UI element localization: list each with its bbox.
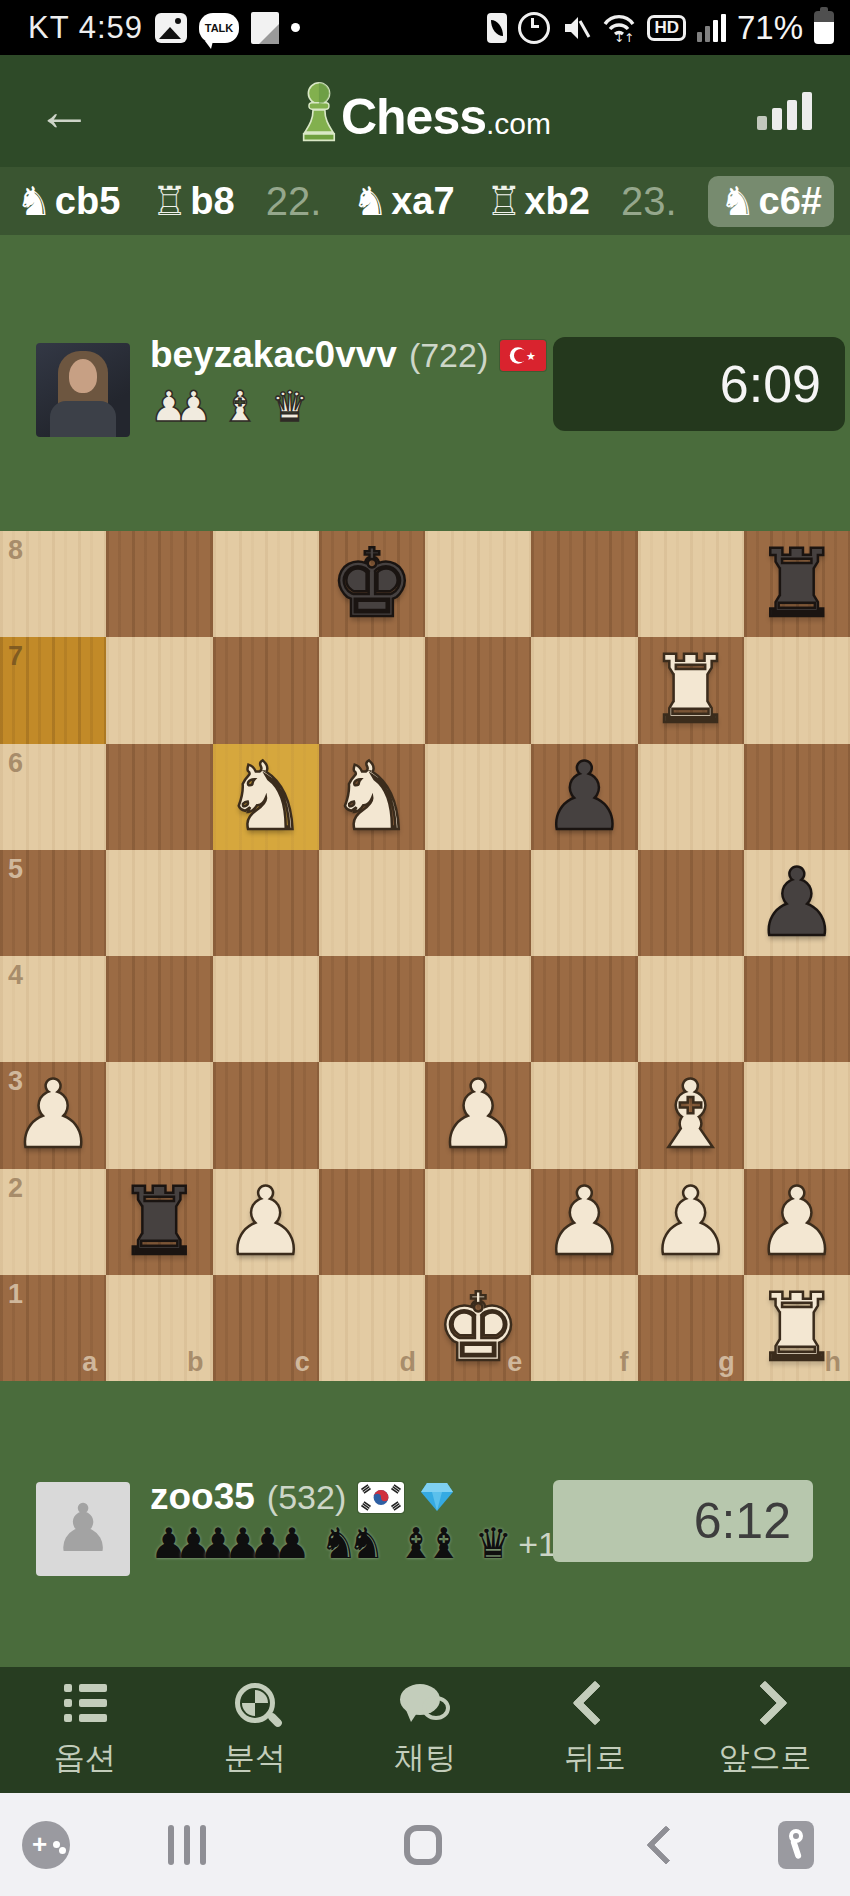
captured-pawn-icon: ♟ xyxy=(175,382,200,431)
square-d4[interactable] xyxy=(319,956,425,1062)
game-nav-bar: 옵션 분석 채팅 뒤로 앞으로 xyxy=(0,1667,850,1793)
captured-bishop-icon: ♝ xyxy=(221,382,249,431)
move-number: 22. xyxy=(266,179,322,224)
move-back-button[interactable]: 뒤로 xyxy=(510,1667,680,1793)
captured-knight-group: ♞♞ xyxy=(320,1523,397,1565)
square-d3[interactable] xyxy=(319,1062,425,1168)
square-d6[interactable]: ♞ xyxy=(319,744,425,850)
bottom-player-name-row: zoo35 (532) xyxy=(150,1477,454,1517)
white-pawn-piece[interactable]: ♟ xyxy=(11,1068,95,1162)
top-player-name[interactable]: beyzakac0vvv xyxy=(150,334,397,376)
kakaotalk-label: TALK xyxy=(205,22,234,34)
rank-label: 8 xyxy=(8,537,23,564)
file-label: d xyxy=(400,1349,417,1376)
move-list: ♞cb5♖b822.♞xa7♖xb223.♞c6# xyxy=(0,167,850,235)
captured-pawn-group: ♟♟♟♟♟♟ xyxy=(150,1523,320,1565)
square-c5[interactable] xyxy=(213,850,319,956)
rank-label: 7 xyxy=(8,643,23,670)
bottom-player-area: ♟ zoo35 (532) ♟♟♟♟♟♟♞♞♝♝♛ xyxy=(0,1381,850,1667)
captured-pawn-icon: ♟ xyxy=(150,382,175,431)
file-label: f xyxy=(620,1349,629,1376)
captured-queen-group: ♛ xyxy=(271,386,321,428)
square-b3[interactable] xyxy=(106,1062,212,1168)
square-f2[interactable]: ♟ xyxy=(531,1169,637,1275)
white-pawn-piece[interactable]: ♟ xyxy=(542,1175,626,1269)
white-knight-piece[interactable]: ♞ xyxy=(330,750,414,844)
captured-queen-group: ♛ xyxy=(475,1523,525,1565)
captured-knight-icon: ♞ xyxy=(348,1519,376,1568)
square-e3[interactable]: ♟ xyxy=(425,1062,531,1168)
square-b5[interactable] xyxy=(106,850,212,956)
square-g2[interactable]: ♟ xyxy=(638,1169,744,1275)
captured-queen-icon: ♛ xyxy=(271,382,299,431)
square-h4[interactable] xyxy=(744,956,850,1062)
square-d8[interactable]: ♚ xyxy=(319,531,425,637)
chat-bubbles-icon xyxy=(400,1684,450,1722)
top-player-clock: 6:09 xyxy=(553,337,845,431)
square-g5[interactable] xyxy=(638,850,744,956)
status-bar: KT 4:59 TALK ↓↑ HD 71% xyxy=(0,0,850,55)
android-back-button[interactable] xyxy=(646,1825,686,1865)
square-b1[interactable]: b xyxy=(106,1275,212,1381)
square-b6[interactable] xyxy=(106,744,212,850)
black-rook-piece[interactable]: ♜ xyxy=(117,1175,201,1269)
hd-call-icon: HD xyxy=(647,15,686,41)
avatar-photo-placeholder xyxy=(69,359,97,393)
south-korea-flag xyxy=(358,1482,404,1513)
square-b8[interactable] xyxy=(106,531,212,637)
square-c1[interactable]: c xyxy=(213,1275,319,1381)
alarm-icon xyxy=(518,12,550,44)
square-a6[interactable]: 6 xyxy=(0,744,106,850)
black-pawn-piece[interactable]: ♟ xyxy=(755,856,839,950)
rank-label: 4 xyxy=(8,962,23,989)
current-move[interactable]: ♞c6# xyxy=(708,176,834,227)
file-label: g xyxy=(718,1349,735,1376)
screen-touch-lock-icon[interactable] xyxy=(778,1821,814,1869)
kakaotalk-icon: TALK xyxy=(199,13,239,43)
avatar-photo-placeholder xyxy=(50,401,116,437)
back-arrow-icon[interactable]: ← xyxy=(36,83,92,139)
captured-pawn-icon: ♟ xyxy=(199,1519,224,1568)
black-pawn-piece[interactable]: ♟ xyxy=(542,750,626,844)
square-e7[interactable] xyxy=(425,637,531,743)
captured-pawn-icon: ♟ xyxy=(224,1519,249,1568)
square-e1[interactable]: e♚ xyxy=(425,1275,531,1381)
square-f6[interactable]: ♟ xyxy=(531,744,637,850)
chess-board[interactable]: 8♚♜7♜6♞♞♟5♟43♟♟♝2♜♟♟♟♟1abcde♚fgh♜ xyxy=(0,531,850,1381)
forward-label: 앞으로 xyxy=(719,1737,812,1779)
file-label: e xyxy=(507,1349,522,1376)
back-label: 뒤로 xyxy=(564,1737,626,1779)
move-entry[interactable]: ♖xb2 xyxy=(486,180,590,223)
battery-percent: 71% xyxy=(737,9,803,47)
square-g7[interactable]: ♜ xyxy=(638,637,744,743)
square-g4[interactable] xyxy=(638,956,744,1062)
battery-icon xyxy=(814,11,834,44)
square-c4[interactable] xyxy=(213,956,319,1062)
top-player-rating: (722) xyxy=(409,336,488,375)
square-c7[interactable] xyxy=(213,637,319,743)
captured-queen-icon: ♛ xyxy=(475,1519,503,1568)
mute-icon xyxy=(561,13,591,43)
square-f4[interactable] xyxy=(531,956,637,1062)
wifi-icon: ↓↑ xyxy=(602,13,636,43)
square-b7[interactable] xyxy=(106,637,212,743)
analysis-button[interactable]: 분석 xyxy=(170,1667,340,1793)
move-piece-icon: ♖ xyxy=(486,181,522,221)
diamond-icon xyxy=(420,1482,454,1512)
chesscom-logo: Chess .com xyxy=(299,80,551,142)
carrier-time: KT 4:59 xyxy=(28,10,143,46)
analysis-magnifier-icon xyxy=(235,1683,275,1723)
square-e4[interactable] xyxy=(425,956,531,1062)
rank-label: 1 xyxy=(8,1281,23,1308)
move-piece-icon: ♞ xyxy=(720,181,756,221)
file-label: b xyxy=(187,1349,204,1376)
black-rook-piece[interactable]: ♜ xyxy=(755,537,839,631)
captured-bishop-group: ♝ xyxy=(221,386,271,428)
brand-text: Chess xyxy=(341,92,486,142)
bottom-player-rating: (532) xyxy=(267,1478,346,1517)
square-f3[interactable] xyxy=(531,1062,637,1168)
status-left: KT 4:59 TALK xyxy=(28,10,300,46)
white-rook-piece[interactable]: ♜ xyxy=(648,643,732,737)
square-d1[interactable]: d xyxy=(319,1275,425,1381)
white-pawn-piece[interactable]: ♟ xyxy=(648,1175,732,1269)
memo-icon xyxy=(251,12,279,44)
app-header: ← Chess .com xyxy=(0,55,850,167)
square-c2[interactable]: ♟ xyxy=(213,1169,319,1275)
top-player-avatar[interactable] xyxy=(36,343,130,437)
top-player-area: beyzakac0vvv (722) ★ ♟♟♝♛ 6:09 xyxy=(0,235,850,531)
connection-bars-icon xyxy=(757,92,812,130)
rank-label: 3 xyxy=(8,1068,23,1095)
move-piece-icon: ♖ xyxy=(151,181,187,221)
square-e8[interactable] xyxy=(425,531,531,637)
square-a1[interactable]: 1a xyxy=(0,1275,106,1381)
move-number: 23. xyxy=(621,179,677,224)
square-h6[interactable] xyxy=(744,744,850,850)
bottom-player-clock: 6:12 xyxy=(553,1480,813,1562)
square-g6[interactable] xyxy=(638,744,744,850)
app-screen: KT 4:59 TALK ↓↑ HD 71% xyxy=(0,0,850,1896)
move-san: cb5 xyxy=(55,180,120,223)
notification-dot xyxy=(291,23,300,32)
square-a8[interactable]: 8 xyxy=(0,531,106,637)
square-g1[interactable]: g xyxy=(638,1275,744,1381)
rank-label: 2 xyxy=(8,1175,23,1202)
square-g8[interactable] xyxy=(638,531,744,637)
square-c3[interactable] xyxy=(213,1062,319,1168)
move-entry[interactable]: ♖b8 xyxy=(151,180,234,223)
captured-knight-icon: ♞ xyxy=(320,1519,348,1568)
white-bishop-piece[interactable]: ♝ xyxy=(648,1068,732,1162)
square-f7[interactable] xyxy=(531,637,637,743)
chevron-right-icon xyxy=(742,1680,787,1725)
captured-pawn-icon: ♟ xyxy=(175,1519,200,1568)
bottom-player-captured-pieces: ♟♟♟♟♟♟♞♞♝♝♛+13 xyxy=(150,1521,576,1567)
move-piece-icon: ♞ xyxy=(16,181,52,221)
chevron-left-icon xyxy=(572,1680,617,1725)
chat-label: 채팅 xyxy=(394,1737,456,1779)
game-booster-icon[interactable] xyxy=(22,1821,70,1869)
options-button[interactable]: 옵션 xyxy=(0,1667,170,1793)
bottom-player-name[interactable]: zoo35 xyxy=(150,1476,255,1518)
gallery-icon xyxy=(155,13,187,43)
top-player-captured-pieces: ♟♟♝♛ xyxy=(150,384,321,430)
options-label: 옵션 xyxy=(54,1737,116,1779)
move-entry[interactable]: ♞cb5 xyxy=(16,180,120,223)
move-san: xb2 xyxy=(524,180,589,223)
captured-pawn-group: ♟♟ xyxy=(150,386,221,428)
square-b4[interactable] xyxy=(106,956,212,1062)
white-knight-piece[interactable]: ♞ xyxy=(223,750,307,844)
captured-pawn-icon: ♟ xyxy=(150,1519,175,1568)
square-b2[interactable]: ♜ xyxy=(106,1169,212,1275)
square-a3[interactable]: 3♟ xyxy=(0,1062,106,1168)
captured-bishop-icon: ♝ xyxy=(425,1519,453,1568)
square-h3[interactable] xyxy=(744,1062,850,1168)
move-san: b8 xyxy=(190,180,234,223)
square-h5[interactable]: ♟ xyxy=(744,850,850,956)
move-forward-button[interactable]: 앞으로 xyxy=(680,1667,850,1793)
analysis-label: 분석 xyxy=(224,1737,286,1779)
options-list-icon xyxy=(64,1684,107,1722)
default-pawn-avatar-icon: ♟ xyxy=(53,1496,112,1562)
file-label: a xyxy=(82,1349,97,1376)
captured-bishop-icon: ♝ xyxy=(397,1519,425,1568)
square-d7[interactable] xyxy=(319,637,425,743)
move-piece-icon: ♞ xyxy=(352,181,388,221)
square-h1[interactable]: h♜ xyxy=(744,1275,850,1381)
move-san: c6# xyxy=(759,180,822,223)
turkey-flag: ★ xyxy=(500,340,546,371)
rank-label: 5 xyxy=(8,856,23,883)
square-e2[interactable] xyxy=(425,1169,531,1275)
captured-pawn-icon: ♟ xyxy=(273,1519,298,1568)
pawn-logo-icon xyxy=(299,80,339,142)
bottom-player-avatar[interactable]: ♟ xyxy=(36,1482,130,1576)
brand-tld: .com xyxy=(486,105,551,143)
square-e5[interactable] xyxy=(425,850,531,956)
white-pawn-piece[interactable]: ♟ xyxy=(223,1175,307,1269)
white-pawn-piece[interactable]: ♟ xyxy=(436,1068,520,1162)
android-nav-bar xyxy=(0,1793,850,1896)
home-button[interactable] xyxy=(404,1825,442,1865)
square-h2[interactable]: ♟ xyxy=(744,1169,850,1275)
rank-label: 6 xyxy=(8,750,23,777)
svg-text:★: ★ xyxy=(526,349,536,362)
square-a2[interactable]: 2 xyxy=(0,1169,106,1275)
white-pawn-piece[interactable]: ♟ xyxy=(755,1175,839,1269)
square-h7[interactable] xyxy=(744,637,850,743)
square-a5[interactable]: 5 xyxy=(0,850,106,956)
square-g3[interactable]: ♝ xyxy=(638,1062,744,1168)
captured-bishop-group: ♝♝ xyxy=(397,1523,474,1565)
move-san: xa7 xyxy=(391,180,454,223)
square-c8[interactable] xyxy=(213,531,319,637)
square-a4[interactable]: 4 xyxy=(0,956,106,1062)
square-f5[interactable] xyxy=(531,850,637,956)
square-d5[interactable] xyxy=(319,850,425,956)
captured-pawn-icon: ♟ xyxy=(249,1519,274,1568)
square-e6[interactable] xyxy=(425,744,531,850)
chat-button[interactable]: 채팅 xyxy=(340,1667,510,1793)
recents-button[interactable] xyxy=(168,1825,206,1865)
svg-text:↓↑: ↓↑ xyxy=(614,31,634,43)
signal-icon xyxy=(697,14,726,42)
square-d2[interactable] xyxy=(319,1169,425,1275)
move-entry[interactable]: ♞xa7 xyxy=(352,180,454,223)
square-c6[interactable]: ♞ xyxy=(213,744,319,850)
file-label: h xyxy=(825,1349,842,1376)
status-right: ↓↑ HD 71% xyxy=(487,9,834,47)
square-a7[interactable]: 7 xyxy=(0,637,106,743)
square-h8[interactable]: ♜ xyxy=(744,531,850,637)
battery-saver-icon xyxy=(487,13,507,43)
file-label: c xyxy=(295,1349,310,1376)
square-f1[interactable]: f xyxy=(531,1275,637,1381)
top-player-name-row: beyzakac0vvv (722) ★ xyxy=(150,335,546,375)
square-f8[interactable] xyxy=(531,531,637,637)
black-king-piece[interactable]: ♚ xyxy=(330,537,414,631)
